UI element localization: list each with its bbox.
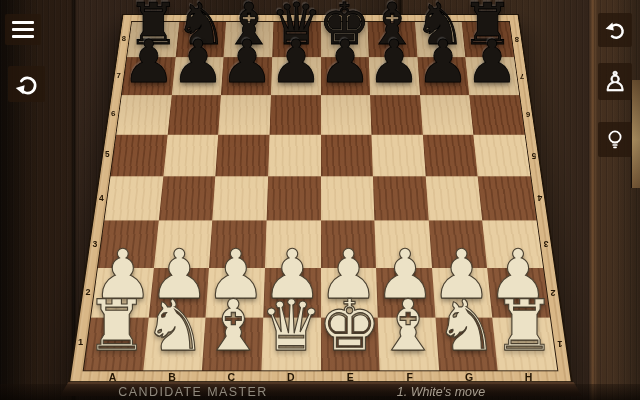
piece-black-pawn-d7[interactable]: ♟ (269, 32, 322, 91)
move-indicator: 1. White's move (397, 385, 486, 399)
square-c5[interactable] (216, 135, 270, 177)
piece-black-pawn-h7[interactable]: ♟ (466, 32, 519, 91)
piece-white-rook-h1[interactable]: ♜ (493, 291, 556, 361)
piece-black-pawn-e7[interactable]: ♟ (318, 32, 371, 91)
flip-board-button[interactable] (8, 66, 45, 102)
square-a4[interactable] (104, 176, 163, 220)
square-f5[interactable] (372, 135, 426, 177)
piece-white-king-e1[interactable]: ♚ (318, 291, 381, 361)
piece-black-pawn-a7[interactable]: ♟ (122, 32, 175, 91)
piece-black-pawn-b7[interactable]: ♟ (171, 32, 224, 91)
square-g6[interactable] (420, 95, 474, 135)
square-c6[interactable] (218, 95, 270, 135)
piece-white-bishop-c1[interactable]: ♝ (202, 291, 265, 361)
piece-black-pawn-f7[interactable]: ♟ (367, 32, 420, 91)
piece-black-pawn-g7[interactable]: ♟ (416, 32, 469, 91)
square-b5[interactable] (163, 135, 218, 177)
square-h4[interactable] (478, 176, 537, 220)
square-f4[interactable] (373, 176, 429, 220)
piece-white-queen-d1[interactable]: ♛ (260, 291, 323, 361)
piece-white-knight-g1[interactable]: ♞ (435, 291, 498, 361)
square-h5[interactable] (474, 135, 531, 177)
square-b6[interactable] (167, 95, 221, 135)
square-d5[interactable] (268, 135, 320, 177)
wood-plank-highlight (631, 80, 640, 188)
opponent-mode-button[interactable]: ♙ (598, 63, 632, 100)
square-g5[interactable] (423, 135, 478, 177)
lightbulb-icon (603, 127, 627, 153)
piece-white-knight-b1[interactable]: ♞ (143, 291, 206, 361)
square-b4[interactable] (158, 176, 215, 220)
square-f6[interactable] (370, 95, 422, 135)
piece-white-bishop-f1[interactable]: ♝ (376, 291, 439, 361)
engine-level-label: CANDIDATE MASTER (118, 385, 267, 399)
undo-arrow-icon (603, 18, 627, 42)
square-e4[interactable] (321, 176, 375, 220)
hint-button[interactable] (598, 122, 632, 157)
square-e5[interactable] (321, 135, 373, 177)
undo-button[interactable] (598, 13, 632, 47)
pawn-figure-icon: ♙ (603, 68, 627, 95)
piece-white-rook-a1[interactable]: ♜ (85, 291, 148, 361)
square-a5[interactable] (111, 135, 168, 177)
square-h6[interactable] (470, 95, 525, 135)
square-a6[interactable] (116, 95, 171, 135)
square-c4[interactable] (212, 176, 268, 220)
chess-app: ABCDEFGH1122334455667788♜♞♝♛♚♝♞♜♟♟♟♟♟♟♟♟… (0, 0, 640, 400)
hamburger-icon (12, 21, 34, 24)
status-bar: CANDIDATE MASTER 1. White's move (0, 384, 640, 400)
rotate-arrow-icon (14, 71, 40, 97)
square-d6[interactable] (269, 95, 320, 135)
square-d4[interactable] (266, 176, 320, 220)
square-e6[interactable] (321, 95, 372, 135)
square-g4[interactable] (425, 176, 482, 220)
piece-black-pawn-c7[interactable]: ♟ (220, 32, 273, 91)
menu-button[interactable] (5, 14, 41, 45)
